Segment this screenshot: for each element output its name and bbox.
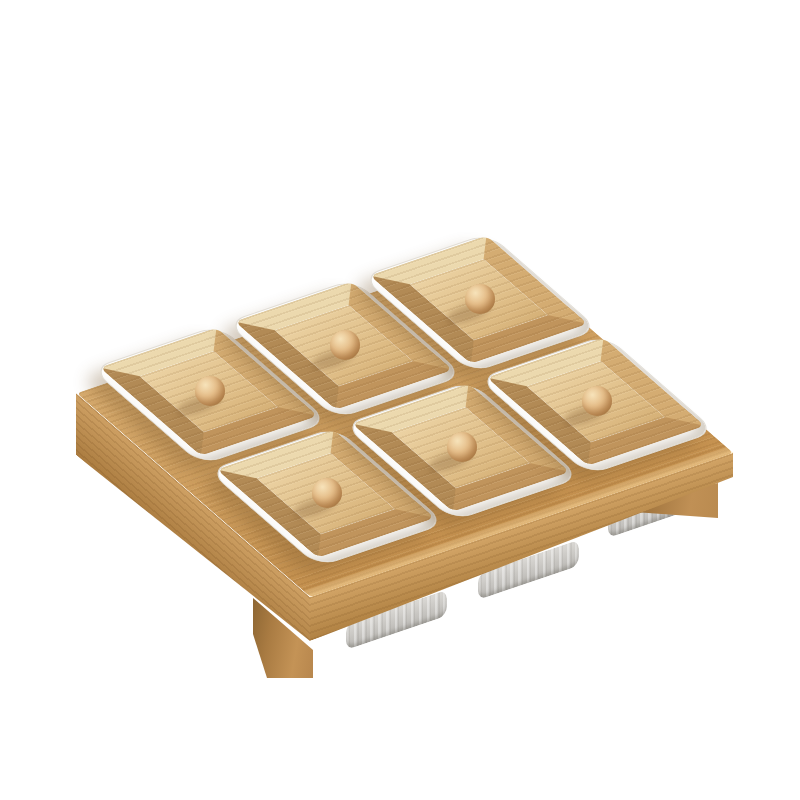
- lid-knob: [447, 432, 477, 462]
- lid-knob: [330, 330, 360, 360]
- lid-knob: [312, 478, 342, 508]
- product-photo: [0, 0, 800, 800]
- lid-knob: [465, 284, 495, 314]
- spice-jar-set-scene: [0, 0, 800, 800]
- lid-knob: [195, 376, 225, 406]
- lid-knob: [582, 386, 612, 416]
